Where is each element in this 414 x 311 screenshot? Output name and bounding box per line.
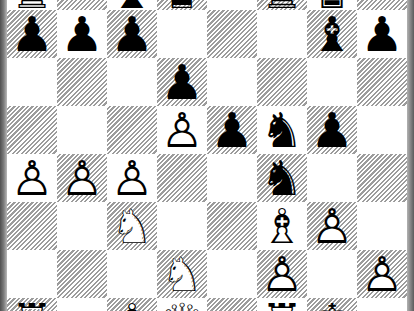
square-f7[interactable] — [257, 10, 307, 58]
square-h2[interactable]: ♟♙ — [357, 250, 407, 298]
square-g3[interactable]: ♟♙ — [307, 202, 357, 250]
white-pawn-fill: ♟ — [357, 250, 407, 298]
square-b5[interactable] — [57, 106, 107, 154]
black-pawn[interactable]: ♟ — [307, 106, 357, 154]
square-f2[interactable]: ♟♙ — [257, 250, 307, 298]
black-pawn[interactable]: ♟ — [157, 58, 207, 106]
square-h5[interactable] — [357, 106, 407, 154]
white-king-fill: ♚ — [307, 297, 357, 311]
square-d4[interactable] — [157, 154, 207, 202]
white-bishop[interactable]: ♗ — [107, 297, 157, 311]
black-knight[interactable]: ♞ — [257, 106, 307, 154]
square-d7[interactable] — [157, 10, 207, 58]
square-h3[interactable] — [357, 202, 407, 250]
white-pawn-fill: ♟ — [257, 250, 307, 298]
white-rook[interactable]: ♖ — [257, 297, 307, 311]
white-queen-fill: ♛ — [157, 297, 207, 311]
black-pawn[interactable]: ♟ — [207, 106, 257, 154]
black-pawn[interactable]: ♟ — [107, 10, 157, 58]
square-f6[interactable] — [257, 58, 307, 106]
black-pawn[interactable]: ♟ — [357, 10, 407, 58]
white-rook-fill: ♜ — [257, 297, 307, 311]
square-b6[interactable] — [57, 58, 107, 106]
square-c8[interactable]: ♝ — [107, 0, 157, 10]
square-g1[interactable]: ♚♔ — [307, 298, 357, 311]
square-e7[interactable] — [207, 10, 257, 58]
square-c5[interactable] — [107, 106, 157, 154]
square-g5[interactable]: ♟ — [307, 106, 357, 154]
square-g6[interactable] — [307, 58, 357, 106]
white-pawn[interactable]: ♙ — [357, 250, 407, 298]
white-rook-fill: ♜ — [7, 297, 57, 311]
square-a2[interactable] — [7, 250, 57, 298]
square-e8[interactable] — [207, 0, 257, 10]
square-h1[interactable] — [357, 298, 407, 311]
black-pawn[interactable]: ♟ — [7, 10, 57, 58]
square-a3[interactable] — [7, 202, 57, 250]
black-knight[interactable]: ♞ — [257, 154, 307, 202]
white-knight[interactable]: ♘ — [157, 250, 207, 298]
white-knight-fill: ♞ — [107, 202, 157, 250]
square-b1[interactable] — [57, 298, 107, 311]
board-left-border — [0, 0, 7, 311]
square-e5[interactable]: ♟ — [207, 106, 257, 154]
white-pawn-fill: ♟ — [307, 202, 357, 250]
square-f5[interactable]: ♞ — [257, 106, 307, 154]
board-right-border — [407, 0, 414, 311]
square-a5[interactable] — [7, 106, 57, 154]
square-d5[interactable]: ♟♙ — [157, 106, 207, 154]
white-rook[interactable]: ♖ — [7, 297, 57, 311]
chess-board: ♜♝♛♜♚♟♟♟♝♟♟♟♙♟♞♟♟♙♟♙♟♙♞♞♘♝♗♟♙♞♘♟♙♟♙♜♖♝♗♛… — [7, 0, 407, 311]
chess-diagram: ♜♝♛♜♚♟♟♟♝♟♟♟♙♟♞♟♟♙♟♙♟♙♞♞♘♝♗♟♙♞♘♟♙♟♙♜♖♝♗♛… — [0, 0, 414, 311]
square-a8[interactable]: ♜ — [7, 0, 57, 10]
square-c7[interactable]: ♟ — [107, 10, 157, 58]
white-pawn[interactable]: ♙ — [257, 250, 307, 298]
square-a1[interactable]: ♜♖ — [7, 298, 57, 311]
square-c4[interactable]: ♟♙ — [107, 154, 157, 202]
square-c2[interactable] — [107, 250, 157, 298]
square-a7[interactable]: ♟ — [7, 10, 57, 58]
square-f4[interactable]: ♞ — [257, 154, 307, 202]
square-g7[interactable]: ♝ — [307, 10, 357, 58]
square-b2[interactable] — [57, 250, 107, 298]
square-g4[interactable] — [307, 154, 357, 202]
white-pawn[interactable]: ♙ — [7, 154, 57, 202]
square-b7[interactable]: ♟ — [57, 10, 107, 58]
square-e6[interactable] — [207, 58, 257, 106]
square-c1[interactable]: ♝♗ — [107, 298, 157, 311]
square-f8[interactable]: ♜ — [257, 0, 307, 10]
square-h8[interactable] — [357, 0, 407, 10]
square-c6[interactable] — [107, 58, 157, 106]
square-a4[interactable]: ♟♙ — [7, 154, 57, 202]
square-c3[interactable]: ♞♘ — [107, 202, 157, 250]
white-pawn[interactable]: ♙ — [57, 154, 107, 202]
square-d8[interactable]: ♛ — [157, 0, 207, 10]
white-bishop-fill: ♝ — [107, 297, 157, 311]
square-h7[interactable]: ♟ — [357, 10, 407, 58]
square-e3[interactable] — [207, 202, 257, 250]
square-b3[interactable] — [57, 202, 107, 250]
white-queen[interactable]: ♕ — [157, 297, 207, 311]
square-e4[interactable] — [207, 154, 257, 202]
square-g8[interactable]: ♚ — [307, 0, 357, 10]
white-bishop-fill: ♝ — [257, 202, 307, 250]
white-pawn-fill: ♟ — [57, 154, 107, 202]
square-e1[interactable] — [207, 298, 257, 311]
white-pawn[interactable]: ♙ — [307, 202, 357, 250]
square-h6[interactable] — [357, 58, 407, 106]
square-h4[interactable] — [357, 154, 407, 202]
square-f1[interactable]: ♜♖ — [257, 298, 307, 311]
square-d2[interactable]: ♞♘ — [157, 250, 207, 298]
square-d3[interactable] — [157, 202, 207, 250]
square-e2[interactable] — [207, 250, 257, 298]
white-pawn-fill: ♟ — [7, 154, 57, 202]
square-b8[interactable] — [57, 0, 107, 10]
square-b4[interactable]: ♟♙ — [57, 154, 107, 202]
white-knight-fill: ♞ — [157, 250, 207, 298]
white-pawn-fill: ♟ — [107, 154, 157, 202]
square-g2[interactable] — [307, 250, 357, 298]
black-bishop[interactable]: ♝ — [307, 10, 357, 58]
white-knight[interactable]: ♘ — [107, 202, 157, 250]
white-pawn[interactable]: ♙ — [157, 106, 207, 154]
white-pawn-fill: ♟ — [157, 106, 207, 154]
square-a6[interactable] — [7, 58, 57, 106]
white-king[interactable]: ♔ — [307, 297, 357, 311]
square-d1[interactable]: ♛♕ — [157, 298, 207, 311]
white-bishop[interactable]: ♗ — [257, 202, 307, 250]
square-f3[interactable]: ♝♗ — [257, 202, 307, 250]
square-d6[interactable]: ♟ — [157, 58, 207, 106]
black-pawn[interactable]: ♟ — [57, 10, 107, 58]
white-pawn[interactable]: ♙ — [107, 154, 157, 202]
